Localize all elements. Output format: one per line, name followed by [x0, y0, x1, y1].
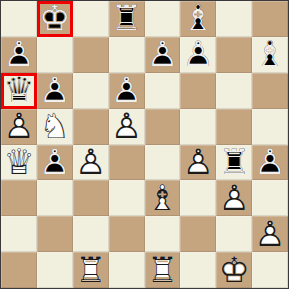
square-c4[interactable]: ♟♙ [73, 145, 109, 181]
square-b6[interactable]: ♟♙ [37, 73, 73, 109]
white-pawn-piece[interactable]: ♟♙ [1, 109, 37, 145]
square-f2[interactable] [180, 216, 216, 252]
square-h2[interactable]: ♟♙ [252, 216, 288, 252]
square-a7[interactable]: ♟♙ [1, 37, 37, 73]
square-d6[interactable]: ♟♙ [109, 73, 145, 109]
square-e1[interactable]: ♜♖ [145, 252, 181, 288]
square-a8[interactable] [1, 1, 37, 37]
square-c2[interactable] [73, 216, 109, 252]
square-d2[interactable] [109, 216, 145, 252]
black-rook-piece[interactable]: ♜♖ [109, 1, 145, 37]
black-pawn-piece[interactable]: ♟♙ [145, 37, 181, 73]
white-queen-piece[interactable]: ♛♕ [1, 145, 37, 181]
piece-glyph-outline: ♙ [109, 73, 145, 109]
piece-glyph-outline: ♙ [109, 109, 145, 145]
square-a3[interactable] [1, 180, 37, 216]
square-e4[interactable] [145, 145, 181, 181]
piece-glyph-outline: ♙ [73, 145, 109, 181]
square-f1[interactable] [180, 252, 216, 288]
black-bishop-piece[interactable]: ♝♗ [180, 1, 216, 37]
square-e5[interactable] [145, 109, 181, 145]
chess-board: ♚♔♜♖♝♗♟♙♟♙♟♙♝♗♛♕♟♙♟♙♟♙♞♘♟♙♛♕♟♙♟♙♟♙♜♖♟♙♝♗… [0, 0, 289, 289]
piece-glyph-outline: ♖ [73, 252, 109, 288]
square-h4[interactable]: ♟♙ [252, 145, 288, 181]
white-bishop-piece[interactable]: ♝♗ [145, 180, 181, 216]
square-e7[interactable]: ♟♙ [145, 37, 181, 73]
square-b2[interactable] [37, 216, 73, 252]
white-rook-piece[interactable]: ♜♖ [145, 252, 181, 288]
piece-glyph-outline: ♙ [37, 145, 73, 181]
square-b4[interactable]: ♟♙ [37, 145, 73, 181]
piece-glyph-outline: ♙ [145, 37, 181, 73]
square-h8[interactable] [252, 1, 288, 37]
square-c5[interactable] [73, 109, 109, 145]
square-h7[interactable]: ♝♗ [252, 37, 288, 73]
square-f5[interactable] [180, 109, 216, 145]
square-c3[interactable] [73, 180, 109, 216]
square-f7[interactable]: ♟♙ [180, 37, 216, 73]
piece-glyph-outline: ♙ [37, 73, 73, 109]
square-g3[interactable]: ♟♙ [216, 180, 252, 216]
square-g5[interactable] [216, 109, 252, 145]
piece-glyph-outline: ♕ [1, 145, 37, 181]
square-e8[interactable] [145, 1, 181, 37]
black-pawn-piece[interactable]: ♟♙ [1, 37, 37, 73]
square-a5[interactable]: ♟♙ [1, 109, 37, 145]
piece-glyph-outline: ♙ [180, 145, 216, 181]
piece-glyph-outline: ♔ [216, 252, 252, 288]
square-a1[interactable] [1, 252, 37, 288]
black-pawn-piece[interactable]: ♟♙ [180, 37, 216, 73]
piece-glyph-outline: ♙ [216, 180, 252, 216]
white-pawn-piece[interactable]: ♟♙ [252, 216, 288, 252]
black-king-piece[interactable]: ♚♔ [37, 1, 73, 37]
piece-glyph-outline: ♖ [145, 252, 181, 288]
square-f8[interactable]: ♝♗ [180, 1, 216, 37]
square-c6[interactable] [73, 73, 109, 109]
piece-glyph-outline: ♙ [180, 37, 216, 73]
square-a2[interactable] [1, 216, 37, 252]
white-pawn-piece[interactable]: ♟♙ [73, 145, 109, 181]
square-d8[interactable]: ♜♖ [109, 1, 145, 37]
piece-glyph-outline: ♙ [1, 37, 37, 73]
square-b3[interactable] [37, 180, 73, 216]
square-g4[interactable]: ♜♖ [216, 145, 252, 181]
white-knight-piece[interactable]: ♞♘ [37, 109, 73, 145]
square-d3[interactable] [109, 180, 145, 216]
piece-glyph-outline: ♘ [37, 109, 73, 145]
square-h5[interactable] [252, 109, 288, 145]
piece-glyph-outline: ♖ [109, 1, 145, 37]
piece-glyph-outline: ♗ [145, 180, 181, 216]
square-c8[interactable] [73, 1, 109, 37]
black-pawn-piece[interactable]: ♟♙ [109, 73, 145, 109]
piece-glyph-outline: ♙ [1, 109, 37, 145]
square-c1[interactable]: ♜♖ [73, 252, 109, 288]
square-f4[interactable]: ♟♙ [180, 145, 216, 181]
square-b1[interactable] [37, 252, 73, 288]
square-h6[interactable] [252, 73, 288, 109]
square-e2[interactable] [145, 216, 181, 252]
piece-glyph-outline: ♖ [216, 145, 252, 181]
square-d5[interactable]: ♟♙ [109, 109, 145, 145]
white-pawn-piece[interactable]: ♟♙ [109, 109, 145, 145]
square-b8[interactable]: ♚♔ [37, 1, 73, 37]
piece-glyph-outline: ♙ [252, 216, 288, 252]
square-g6[interactable] [216, 73, 252, 109]
piece-glyph-outline: ♙ [252, 145, 288, 181]
black-rook-piece[interactable]: ♜♖ [216, 145, 252, 181]
square-e3[interactable]: ♝♗ [145, 180, 181, 216]
square-a4[interactable]: ♛♕ [1, 145, 37, 181]
square-h3[interactable] [252, 180, 288, 216]
square-d1[interactable] [109, 252, 145, 288]
black-queen-piece[interactable]: ♛♕ [1, 73, 37, 109]
square-h1[interactable] [252, 252, 288, 288]
white-king-piece[interactable]: ♚♔ [216, 252, 252, 288]
black-pawn-piece[interactable]: ♟♙ [37, 145, 73, 181]
black-pawn-piece[interactable]: ♟♙ [252, 145, 288, 181]
square-c7[interactable] [73, 37, 109, 73]
square-e6[interactable] [145, 73, 181, 109]
white-pawn-piece[interactable]: ♟♙ [216, 180, 252, 216]
square-d4[interactable] [109, 145, 145, 181]
white-rook-piece[interactable]: ♜♖ [73, 252, 109, 288]
piece-glyph-outline: ♗ [180, 1, 216, 37]
square-b7[interactable] [37, 37, 73, 73]
square-g7[interactable] [216, 37, 252, 73]
square-b5[interactable]: ♞♘ [37, 109, 73, 145]
square-a6[interactable]: ♛♕ [1, 73, 37, 109]
square-g8[interactable] [216, 1, 252, 37]
square-f6[interactable] [180, 73, 216, 109]
black-bishop-piece[interactable]: ♝♗ [252, 37, 288, 73]
square-f3[interactable] [180, 180, 216, 216]
piece-glyph-outline: ♕ [1, 73, 37, 109]
square-g2[interactable] [216, 216, 252, 252]
piece-glyph-outline: ♗ [252, 37, 288, 73]
white-pawn-piece[interactable]: ♟♙ [180, 145, 216, 181]
piece-glyph-outline: ♔ [37, 1, 73, 37]
square-g1[interactable]: ♚♔ [216, 252, 252, 288]
square-d7[interactable] [109, 37, 145, 73]
black-pawn-piece[interactable]: ♟♙ [37, 73, 73, 109]
